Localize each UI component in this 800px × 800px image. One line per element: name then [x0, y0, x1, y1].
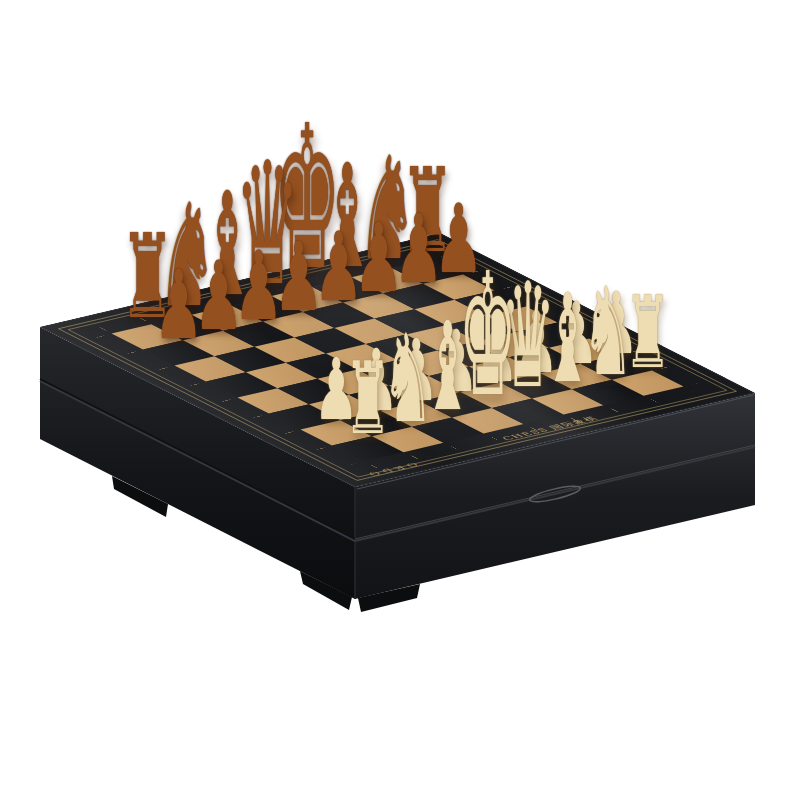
- product-photo: CHESS 国际象棋 ORDO ♜♞♝♛♚♝♞♜♟♟♟♟♟♟♟♟♟♟♟♟♟♟♟♟…: [0, 0, 800, 800]
